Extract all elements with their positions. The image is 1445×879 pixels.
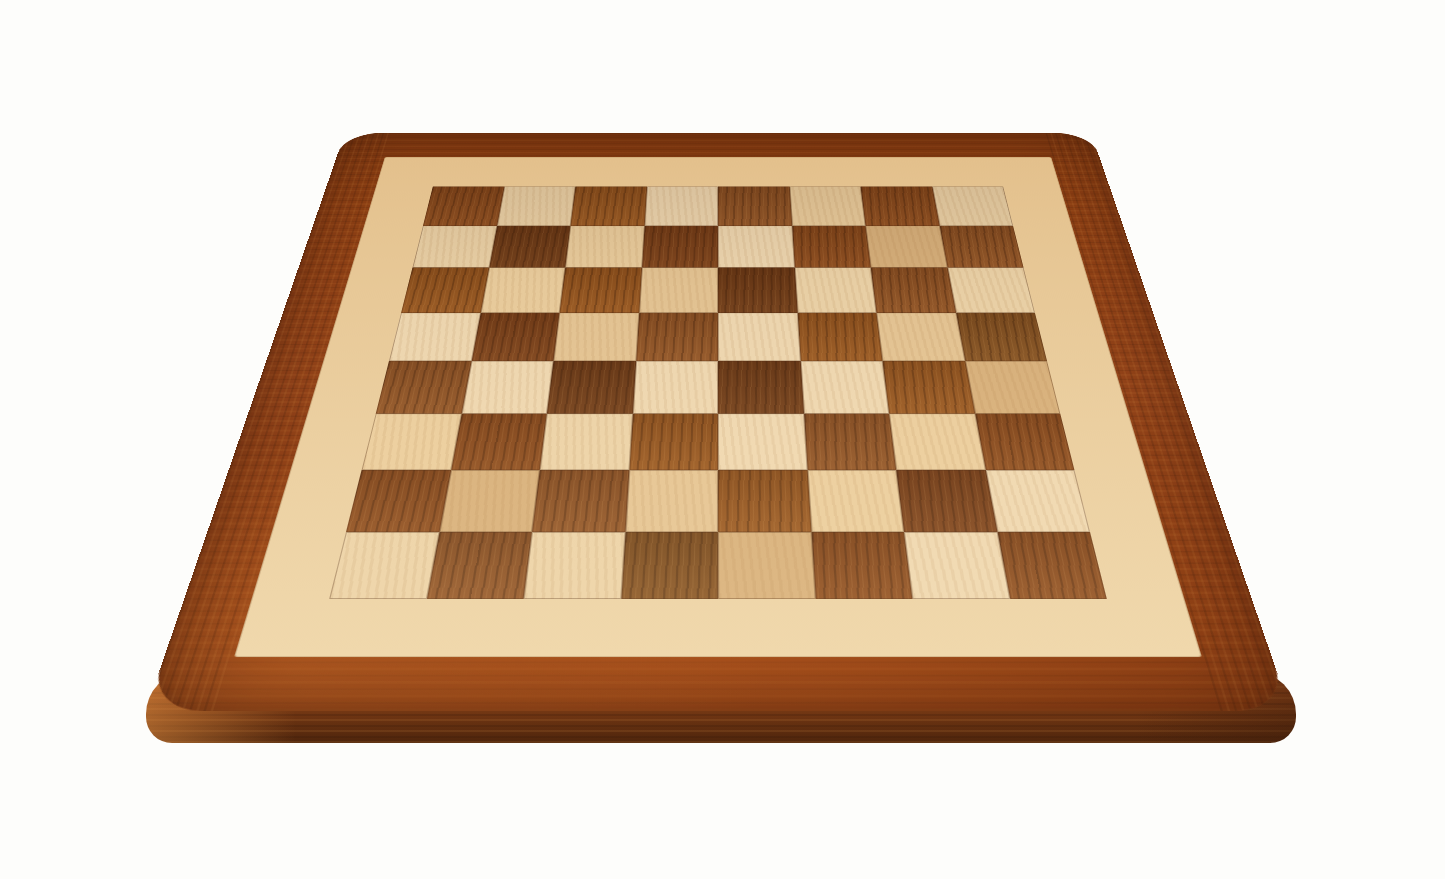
square-f3 [804,413,897,470]
square-c6 [560,268,642,313]
square-b5 [471,313,559,361]
square-d2 [625,470,718,532]
square-h7 [939,226,1023,268]
square-h6 [947,268,1035,313]
square-b3 [451,413,547,470]
square-a7 [412,226,496,268]
playing-area-grid [329,186,1107,598]
square-g5 [876,313,964,361]
square-d5 [636,313,718,361]
square-h8 [932,186,1013,225]
square-g2 [896,470,997,532]
square-d3 [629,413,718,470]
square-f8 [789,186,865,225]
square-a1 [329,532,439,599]
square-b7 [489,226,571,268]
maple-inlay-border [234,157,1202,657]
square-e6 [718,268,797,313]
square-e5 [718,313,800,361]
square-c7 [565,226,644,268]
square-f6 [794,268,876,313]
square-e8 [718,186,792,225]
square-g7 [866,226,948,268]
square-b1 [426,532,532,599]
square-c1 [524,532,625,599]
square-h4 [965,361,1060,413]
square-b8 [497,186,576,225]
square-c3 [540,413,633,470]
square-e7 [718,226,794,268]
square-e2 [718,470,811,532]
square-g3 [889,413,985,470]
square-b4 [461,361,553,413]
product-photo-background [0,0,1445,879]
square-h2 [985,470,1090,532]
square-h1 [997,532,1107,599]
square-d7 [642,226,718,268]
square-g4 [883,361,975,413]
square-e4 [718,361,804,413]
square-d4 [632,361,718,413]
square-c5 [553,313,638,361]
square-f2 [807,470,904,532]
square-e1 [718,532,815,599]
square-b6 [480,268,565,313]
square-d1 [621,532,718,599]
square-b2 [439,470,540,532]
square-a6 [401,268,489,313]
square-f7 [792,226,871,268]
square-c4 [547,361,636,413]
square-f1 [811,532,912,599]
square-c2 [532,470,629,532]
square-a4 [376,361,471,413]
square-a8 [423,186,504,225]
square-d6 [639,268,718,313]
square-e3 [718,413,807,470]
square-f4 [800,361,889,413]
square-g1 [904,532,1010,599]
square-g8 [861,186,940,225]
square-h5 [956,313,1047,361]
square-d8 [644,186,718,225]
square-a5 [389,313,480,361]
square-a3 [362,413,462,470]
chessboard [145,133,1290,712]
square-c8 [570,186,646,225]
square-a2 [346,470,451,532]
square-g6 [871,268,956,313]
square-f5 [797,313,882,361]
square-h3 [975,413,1075,470]
